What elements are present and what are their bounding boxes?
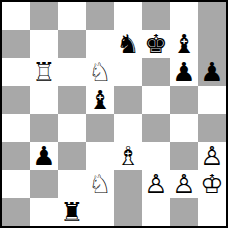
square-g6: ♟ <box>170 58 198 86</box>
black-bishop: ♝ <box>172 30 195 58</box>
white-pawn: ♙ <box>200 142 223 170</box>
square-b8 <box>30 2 58 30</box>
square-f5 <box>142 86 170 114</box>
square-c1: ♜ <box>58 198 86 226</box>
square-d5: ♝ <box>86 86 114 114</box>
square-f3 <box>142 142 170 170</box>
square-e4 <box>114 114 142 142</box>
square-f4 <box>142 114 170 142</box>
white-pawn: ♙ <box>144 170 167 198</box>
chess-board: ♞♚♝♖♘♟♟♝♟♗♙♘♙♙♔♜ <box>0 0 228 228</box>
square-e8 <box>114 2 142 30</box>
square-b2 <box>30 170 58 198</box>
white-bishop: ♗ <box>116 142 139 170</box>
square-b7 <box>30 30 58 58</box>
square-h5 <box>198 86 226 114</box>
square-c3 <box>58 142 86 170</box>
white-rook: ♖ <box>32 58 55 86</box>
black-bishop: ♝ <box>88 86 111 114</box>
square-c6 <box>58 58 86 86</box>
square-h4 <box>198 114 226 142</box>
square-a6 <box>2 58 30 86</box>
square-b6: ♖ <box>30 58 58 86</box>
black-pawn: ♟ <box>172 58 195 86</box>
black-rook: ♜ <box>60 198 83 226</box>
square-h6: ♟ <box>198 58 226 86</box>
square-g8 <box>170 2 198 30</box>
square-a3 <box>2 142 30 170</box>
square-c7 <box>58 30 86 58</box>
square-f7: ♚ <box>142 30 170 58</box>
square-d2: ♘ <box>86 170 114 198</box>
white-pawn: ♙ <box>172 170 195 198</box>
white-knight: ♘ <box>88 58 111 86</box>
square-d8 <box>86 2 114 30</box>
square-g1 <box>170 198 198 226</box>
square-b3: ♟ <box>30 142 58 170</box>
square-h3: ♙ <box>198 142 226 170</box>
square-e7: ♞ <box>114 30 142 58</box>
square-d3 <box>86 142 114 170</box>
square-f2: ♙ <box>142 170 170 198</box>
square-e6 <box>114 58 142 86</box>
square-c4 <box>58 114 86 142</box>
square-e5 <box>114 86 142 114</box>
square-c2 <box>58 170 86 198</box>
square-d1 <box>86 198 114 226</box>
white-king: ♔ <box>200 170 223 198</box>
square-b5 <box>30 86 58 114</box>
square-e2 <box>114 170 142 198</box>
square-a2 <box>2 170 30 198</box>
square-a1 <box>2 198 30 226</box>
square-c5 <box>58 86 86 114</box>
chess-diagram: ♞♚♝♖♘♟♟♝♟♗♙♘♙♙♔♜ <box>0 0 234 234</box>
square-a4 <box>2 114 30 142</box>
square-h8 <box>198 2 226 30</box>
square-f8 <box>142 2 170 30</box>
square-h2: ♔ <box>198 170 226 198</box>
black-pawn: ♟ <box>200 58 223 86</box>
square-d6: ♘ <box>86 58 114 86</box>
black-king: ♚ <box>144 30 167 58</box>
square-g2: ♙ <box>170 170 198 198</box>
square-g3 <box>170 142 198 170</box>
square-a8 <box>2 2 30 30</box>
square-a5 <box>2 86 30 114</box>
square-e3: ♗ <box>114 142 142 170</box>
black-pawn: ♟ <box>32 142 55 170</box>
square-f6 <box>142 58 170 86</box>
white-knight: ♘ <box>88 170 111 198</box>
square-e1 <box>114 198 142 226</box>
square-g7: ♝ <box>170 30 198 58</box>
square-g5 <box>170 86 198 114</box>
square-b4 <box>30 114 58 142</box>
square-c8 <box>58 2 86 30</box>
square-d7 <box>86 30 114 58</box>
square-f1 <box>142 198 170 226</box>
square-d4 <box>86 114 114 142</box>
square-b1 <box>30 198 58 226</box>
square-h7 <box>198 30 226 58</box>
square-g4 <box>170 114 198 142</box>
black-knight: ♞ <box>116 30 139 58</box>
square-a7 <box>2 30 30 58</box>
square-h1 <box>198 198 226 226</box>
